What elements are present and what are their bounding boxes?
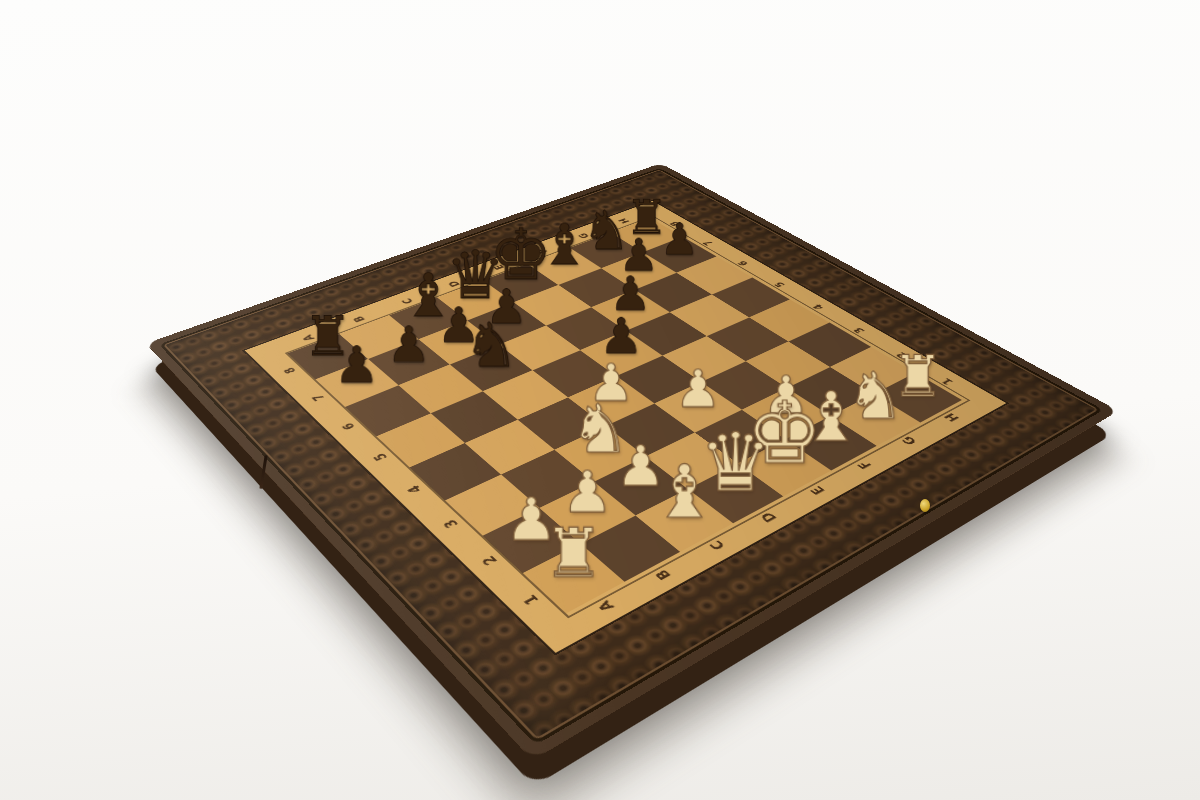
file-label-bottom-D-text: D [757, 510, 780, 524]
rank-label-right-5-text: 5 [771, 281, 788, 289]
rank-label-left-3-text: 3 [440, 517, 462, 530]
file-label-bottom-E-text: E [808, 484, 828, 496]
rank-label-left-2-text: 2 [478, 554, 500, 568]
product-photo-scene: ABCDEFGH8♜♝♛♚♝♞♜87♟♟♟♟♟♟76♞♟65♟54♟43♞♟32… [0, 0, 1200, 800]
knight-glyph: ♞ [464, 317, 519, 374]
file-label-bottom-A-text: A [593, 598, 617, 614]
board-outer-rim: ABCDEFGH8♜♝♛♚♝♞♜87♟♟♟♟♟♟76♞♟65♟54♟43♞♟32… [146, 163, 1119, 760]
rank-label-left-6-text: 6 [338, 421, 358, 432]
pawn-glyph: ♟ [675, 365, 721, 412]
pawn-glyph: ♟ [562, 466, 613, 519]
square-b5[interactable] [431, 391, 518, 443]
brass-latch-pin [920, 499, 930, 512]
rank-label-right-7-text: 7 [700, 239, 716, 246]
pawn-glyph: ♟ [334, 342, 379, 388]
file-label-bottom-F-text: F [855, 459, 875, 471]
carved-ornament-frame: ABCDEFGH8♜♝♛♚♝♞♜87♟♟♟♟♟♟76♞♟65♟54♟43♞♟32… [159, 168, 1104, 745]
chess-board-3d: ABCDEFGH8♜♝♛♚♝♞♜87♟♟♟♟♟♟76♞♟65♟54♟43♞♟32… [146, 163, 1119, 760]
rank-label-right-6-text: 6 [735, 260, 751, 268]
pawn-glyph: ♟ [599, 314, 643, 359]
pawn-glyph: ♟ [387, 322, 431, 367]
file-label-bottom-G-text: G [899, 435, 920, 447]
rank-label-right-3-text: 3 [850, 326, 867, 335]
pawn-glyph: ♟ [660, 219, 699, 259]
rank-label-left-1-text: 1 [519, 592, 542, 607]
rook-glyph: ♜ [543, 522, 604, 584]
rank-label-right-4-text: 4 [810, 303, 827, 312]
rank-label-left-5-text: 5 [370, 451, 391, 463]
file-label-bottom-B-text: B [651, 568, 674, 583]
rank-label-left-8-text: 8 [280, 366, 299, 376]
file-label-bottom-H-text: H [942, 412, 963, 424]
bishop-glyph: ♝ [651, 459, 717, 527]
rank-label-left-4-text: 4 [404, 483, 425, 495]
rank-label-left-7-text: 7 [308, 393, 327, 403]
file-label-bottom-C-text: C [706, 538, 728, 552]
